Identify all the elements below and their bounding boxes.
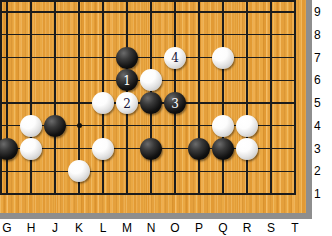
black-stone[interactable]: [44, 115, 66, 137]
black-stone[interactable]: [140, 92, 162, 114]
row-label: 1: [314, 187, 332, 201]
grid-line-horizontal: [0, 171, 296, 172]
white-stone[interactable]: [20, 138, 42, 160]
black-stone[interactable]: [140, 138, 162, 160]
grid-line-vertical: [270, 0, 271, 195]
column-label: N: [142, 221, 160, 235]
column-label: R: [238, 221, 256, 235]
move-number-label: 3: [171, 97, 179, 110]
black-stone-numbered[interactable]: 3: [164, 92, 186, 114]
move-number-label: 1: [123, 74, 131, 87]
column-label: H: [22, 221, 40, 235]
grid-line-horizontal: [0, 193, 296, 194]
column-label: O: [166, 221, 184, 235]
grid-line-horizontal: [0, 34, 296, 35]
move-number-label: 4: [171, 51, 179, 64]
row-label: 8: [314, 28, 332, 42]
column-label: K: [70, 221, 88, 235]
white-stone[interactable]: [92, 92, 114, 114]
grid-line-top-edge: [0, 0, 296, 2]
row-label: 5: [314, 96, 332, 110]
white-stone[interactable]: [212, 47, 234, 69]
row-label: 3: [314, 142, 332, 156]
column-label: L: [94, 221, 112, 235]
board-frame-right: [306, 0, 312, 219]
column-label: Q: [214, 221, 232, 235]
row-label: 6: [314, 73, 332, 87]
move-number-label: 2: [123, 97, 131, 110]
black-stone[interactable]: [116, 47, 138, 69]
go-board-widget: 4123 GHJKLMNOPQRST987654321: [0, 0, 332, 236]
star-point: [77, 123, 82, 128]
column-label: G: [0, 221, 16, 235]
row-label: 4: [314, 119, 332, 133]
column-label: J: [46, 221, 64, 235]
grid-line-horizontal: [0, 11, 296, 12]
row-label: 7: [314, 51, 332, 65]
column-label: T: [286, 221, 304, 235]
white-stone[interactable]: [68, 160, 90, 182]
board-frame-bottom: [0, 213, 312, 219]
row-label: 9: [314, 5, 332, 19]
black-stone-numbered[interactable]: 1: [116, 69, 138, 91]
white-stone[interactable]: [92, 138, 114, 160]
grid-line-vertical: [222, 0, 223, 195]
grid-line-left-edge: [0, 0, 2, 195]
grid-line-vertical: [294, 0, 295, 195]
grid-line-vertical: [198, 0, 199, 195]
black-stone[interactable]: [188, 138, 210, 160]
white-stone[interactable]: [236, 138, 258, 160]
white-stone-numbered[interactable]: 4: [164, 47, 186, 69]
black-stone[interactable]: [212, 138, 234, 160]
column-label: P: [190, 221, 208, 235]
go-board[interactable]: 4123: [0, 0, 306, 213]
row-label: 2: [314, 164, 332, 178]
white-stone[interactable]: [236, 115, 258, 137]
grid-line-vertical: [30, 0, 31, 195]
column-label: M: [118, 221, 136, 235]
white-stone-numbered[interactable]: 2: [116, 92, 138, 114]
white-stone[interactable]: [212, 115, 234, 137]
grid-line-vertical: [54, 0, 55, 195]
grid-line-horizontal: [0, 57, 296, 58]
column-label: S: [262, 221, 280, 235]
white-stone[interactable]: [20, 115, 42, 137]
grid-line-vertical: [6, 0, 7, 195]
grid-line-vertical: [246, 0, 247, 195]
white-stone[interactable]: [140, 69, 162, 91]
black-stone[interactable]: [0, 138, 18, 160]
